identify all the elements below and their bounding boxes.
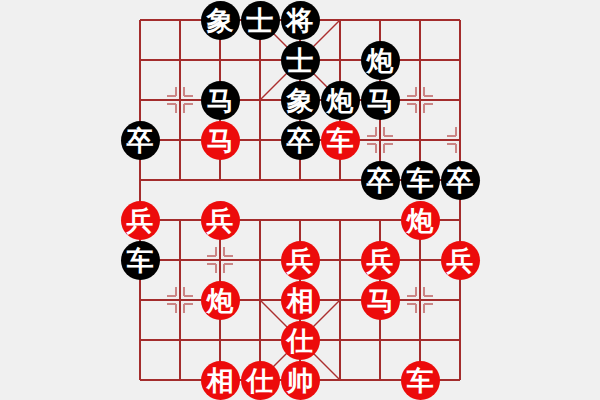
piece-red-马[interactable]: 马 [201, 121, 240, 160]
piece-black-卒[interactable]: 卒 [441, 161, 480, 200]
piece-red-兵[interactable]: 兵 [201, 201, 240, 240]
piece-black-卒[interactable]: 卒 [281, 121, 320, 160]
piece-red-仕[interactable]: 仕 [281, 321, 320, 360]
piece-red-兵[interactable]: 兵 [281, 241, 320, 280]
piece-black-象[interactable]: 象 [201, 1, 240, 40]
pieces-layer: 象士将士炮马象炮马卒马卒车卒车卒兵兵炮车兵兵兵炮相马仕相仕帅车 [120, 0, 480, 400]
piece-black-车[interactable]: 车 [401, 161, 440, 200]
piece-red-仕[interactable]: 仕 [241, 361, 280, 400]
piece-black-马[interactable]: 马 [361, 81, 400, 120]
piece-black-炮[interactable]: 炮 [321, 81, 360, 120]
piece-red-车[interactable]: 车 [401, 361, 440, 400]
piece-red-炮[interactable]: 炮 [201, 281, 240, 320]
piece-red-兵[interactable]: 兵 [441, 241, 480, 280]
piece-red-相[interactable]: 相 [281, 281, 320, 320]
piece-black-卒[interactable]: 卒 [121, 121, 160, 160]
piece-black-卒[interactable]: 卒 [361, 161, 400, 200]
xiangqi-board: 象士将士炮马象炮马卒马卒车卒车卒兵兵炮车兵兵兵炮相马仕相仕帅车 [0, 0, 600, 400]
piece-black-象[interactable]: 象 [281, 81, 320, 120]
piece-red-兵[interactable]: 兵 [121, 201, 160, 240]
piece-red-车[interactable]: 车 [321, 121, 360, 160]
piece-black-士[interactable]: 士 [241, 1, 280, 40]
piece-red-相[interactable]: 相 [201, 361, 240, 400]
piece-red-帅[interactable]: 帅 [281, 361, 320, 400]
piece-black-将[interactable]: 将 [281, 1, 320, 40]
piece-black-士[interactable]: 士 [281, 41, 320, 80]
piece-red-马[interactable]: 马 [361, 281, 400, 320]
piece-black-炮[interactable]: 炮 [361, 41, 400, 80]
piece-black-车[interactable]: 车 [121, 241, 160, 280]
piece-red-兵[interactable]: 兵 [361, 241, 400, 280]
piece-red-炮[interactable]: 炮 [401, 201, 440, 240]
piece-black-马[interactable]: 马 [201, 81, 240, 120]
